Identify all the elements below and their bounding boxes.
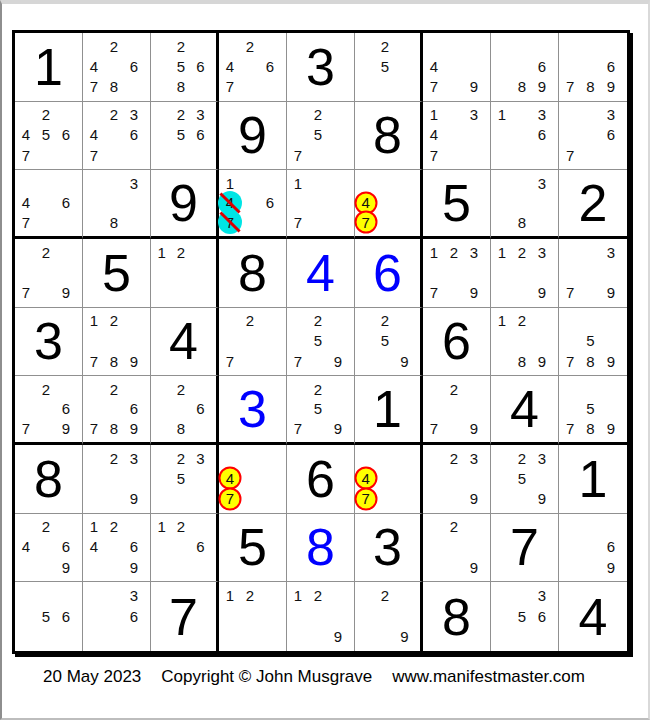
candidate-3: 3: [470, 245, 478, 260]
candidate-8: 8: [586, 79, 594, 94]
candidate-grid: 136: [492, 105, 552, 166]
cell-r9c7[interactable]: 8: [423, 582, 491, 651]
candidate-8: 8: [110, 215, 118, 230]
cell-r1c8[interactable]: 689: [491, 33, 559, 102]
cell-r1c3[interactable]: 2568: [151, 33, 219, 102]
candidate-grid: 12469: [84, 517, 144, 578]
candidate-grid: 24567: [16, 105, 76, 166]
candidate-3: 3: [130, 451, 138, 466]
candidate-grid: 239: [84, 448, 144, 509]
candidate-2: 2: [177, 39, 185, 54]
candidate-grid: 29: [424, 517, 484, 578]
candidate-7: 7: [566, 79, 574, 94]
candidate-2: 2: [110, 107, 118, 122]
candidate-8: 8: [177, 79, 185, 94]
candidate-4: 4: [22, 195, 30, 210]
candidate-2: 2: [110, 382, 118, 397]
cell-value: 8: [355, 102, 420, 170]
candidate-8: 8: [110, 354, 118, 369]
cell-value: 1: [15, 33, 82, 101]
cell-r8c8[interactable]: 7: [491, 514, 559, 583]
cell-r7c8[interactable]: 2359: [491, 445, 559, 514]
candidate-2: 2: [314, 588, 322, 603]
cell-value: 4: [151, 308, 216, 376]
candidate-6: 6: [62, 195, 70, 210]
candidate-6: 6: [130, 127, 138, 142]
cell-r5c6[interactable]: 259: [355, 308, 423, 377]
cell-r5c5[interactable]: 2579: [287, 308, 355, 377]
candidate-7: 7: [294, 148, 302, 163]
cell-value: 3: [15, 308, 82, 376]
candidate-grid: 279: [16, 242, 76, 303]
candidate-6: 6: [130, 59, 138, 74]
candidate-9: 9: [470, 79, 478, 94]
cell-r9c6[interactable]: 29: [355, 582, 423, 651]
cell-r6c1[interactable]: 2679: [15, 376, 83, 445]
candidate-1: 1: [90, 519, 98, 534]
cell-r2c6[interactable]: 8: [355, 102, 423, 171]
candidate-6: 6: [130, 539, 138, 554]
candidate-9: 9: [62, 421, 70, 436]
candidate-6: 6: [196, 59, 204, 74]
candidate-7: 7: [294, 421, 302, 436]
candidate-grid: 12789: [84, 311, 144, 372]
candidate-grid: 47: [356, 173, 414, 232]
cell-r3c8[interactable]: 38: [491, 170, 559, 239]
candidate-6: 6: [196, 127, 204, 142]
cell-r3c9[interactable]: 2: [559, 170, 627, 239]
candidate-5: 5: [177, 471, 185, 486]
cell-r1c4[interactable]: 2467: [219, 33, 287, 102]
candidate-2: 2: [42, 519, 50, 534]
candidate-1: 1: [226, 588, 234, 603]
cell-r5c8[interactable]: 1289: [491, 308, 559, 377]
cell-r5c9[interactable]: 5789: [559, 308, 627, 377]
cell-r8c2[interactable]: 12469: [83, 514, 151, 583]
cell-value: 5: [423, 170, 490, 236]
candidate-1: 1: [294, 176, 302, 191]
candidate-grid: 69: [560, 517, 621, 578]
cell-r3c7[interactable]: 5: [423, 170, 491, 239]
cell-r7c9[interactable]: 1: [559, 445, 627, 514]
cell-r2c8[interactable]: 136: [491, 102, 559, 171]
candidate-grid: 479: [424, 36, 484, 97]
candidate-9: 9: [538, 491, 546, 506]
cell-value: 5: [83, 239, 150, 307]
candidate-grid: 47: [356, 448, 414, 509]
candidate-1: 1: [430, 107, 438, 122]
candidate-4: 4: [90, 59, 98, 74]
cell-value: 8: [423, 582, 490, 651]
candidate-8: 8: [586, 354, 594, 369]
candidate-2: 2: [246, 39, 254, 54]
candidate-9: 9: [400, 629, 408, 644]
candidate-2: 2: [450, 451, 458, 466]
candidate-7: 7: [430, 148, 438, 163]
candidate-6: 6: [266, 195, 274, 210]
cell-value: 8: [287, 514, 354, 582]
candidate-6: 6: [266, 59, 274, 74]
candidate-3: 3: [538, 451, 546, 466]
cell-r6c6[interactable]: 1: [355, 376, 423, 445]
cell-r4c1[interactable]: 279: [15, 239, 83, 308]
cell-r8c4[interactable]: 5: [219, 514, 287, 583]
candidate-6: 6: [607, 127, 615, 142]
cell-r8c6[interactable]: 3: [355, 514, 423, 583]
candidate-3: 3: [538, 107, 546, 122]
candidate-9: 9: [538, 354, 546, 369]
cell-r9c1[interactable]: 56: [15, 582, 83, 651]
candidate-2: 2: [110, 519, 118, 534]
candidate-6: 6: [538, 127, 546, 142]
candidate-2: 2: [314, 107, 322, 122]
cell-r6c7[interactable]: 279: [423, 376, 491, 445]
candidate-7: 7: [22, 215, 30, 230]
candidate-2: 2: [381, 39, 389, 54]
candidate-6: 6: [538, 59, 546, 74]
cell-r8c7[interactable]: 29: [423, 514, 491, 583]
candidate-2: 2: [110, 313, 118, 328]
cell-r7c7[interactable]: 239: [423, 445, 491, 514]
candidate-9: 9: [470, 560, 478, 575]
cell-r5c7[interactable]: 6: [423, 308, 491, 377]
cell-r9c3[interactable]: 7: [151, 582, 219, 651]
candidate-1: 1: [498, 107, 506, 122]
cell-r2c2[interactable]: 23467: [83, 102, 151, 171]
candidate-9: 9: [130, 354, 138, 369]
cell-r6c4[interactable]: 3: [219, 376, 287, 445]
cell-r5c4[interactable]: 27: [219, 308, 287, 377]
candidate-5: 5: [381, 333, 389, 348]
cell-r7c4[interactable]: 47: [219, 445, 287, 514]
candidate-5: 5: [314, 127, 322, 142]
candidate-6: 6: [196, 539, 204, 554]
candidate-grid: 12: [220, 585, 280, 647]
cell-r7c2[interactable]: 239: [83, 445, 151, 514]
candidate-7: 7: [430, 285, 438, 300]
cell-r5c2[interactable]: 12789: [83, 308, 151, 377]
cell-r9c9[interactable]: 4: [559, 582, 627, 651]
cell-r1c1[interactable]: 1: [15, 33, 83, 102]
candidate-4: 4: [430, 59, 438, 74]
candidate-9: 9: [607, 560, 615, 575]
cell-value: 4: [491, 376, 558, 442]
candidate-grid: 12: [152, 242, 210, 303]
candidate-7: 7: [294, 354, 302, 369]
cell-r6c9[interactable]: 5789: [559, 376, 627, 445]
candidate-7: 7: [430, 421, 438, 436]
cell-r1c2[interactable]: 24678: [83, 33, 151, 102]
candidate-2: 2: [177, 107, 185, 122]
candidate-grid: 2467: [220, 36, 280, 97]
candidate-9: 9: [334, 629, 342, 644]
cell-r4c4[interactable]: 8: [219, 239, 287, 308]
candidate-2: 2: [314, 382, 322, 397]
candidate-grid: 5789: [560, 311, 621, 372]
candidate-grid: 24678: [84, 36, 144, 97]
candidate-2: 2: [110, 451, 118, 466]
cell-r6c3[interactable]: 268: [151, 376, 219, 445]
cell-r1c7[interactable]: 479: [423, 33, 491, 102]
cell-r2c9[interactable]: 367: [559, 102, 627, 171]
candidate-grid: 1347: [424, 105, 484, 166]
candidate-2: 2: [450, 245, 458, 260]
candidate-grid: 2579: [288, 311, 348, 372]
candidate-6: 6: [607, 539, 615, 554]
candidate-7: 7: [566, 148, 574, 163]
candidate-2: 2: [518, 245, 526, 260]
footer-website: www.manifestmaster.com: [392, 667, 585, 687]
candidate-grid: 36: [84, 585, 144, 647]
cell-value: 7: [151, 582, 216, 651]
candidate-9: 9: [470, 285, 478, 300]
candidate-9: 9: [538, 285, 546, 300]
candidate-4: 4: [22, 539, 30, 554]
candidate-9: 9: [538, 79, 546, 94]
cell-value: 6: [355, 239, 420, 307]
candidate-4-eliminated: 4: [226, 195, 234, 210]
cell-r9c4[interactable]: 12: [219, 582, 287, 651]
cell-r6c5[interactable]: 2579: [287, 376, 355, 445]
cell-value: 6: [287, 445, 354, 513]
candidate-9: 9: [470, 421, 478, 436]
candidate-6: 6: [62, 401, 70, 416]
candidate-3: 3: [538, 588, 546, 603]
cell-r9c8[interactable]: 356: [491, 582, 559, 651]
candidate-2: 2: [177, 451, 185, 466]
candidate-2: 2: [42, 107, 50, 122]
candidate-2: 2: [177, 245, 185, 260]
cell-r4c5[interactable]: 4: [287, 239, 355, 308]
cell-r7c1[interactable]: 8: [15, 445, 83, 514]
candidate-1: 1: [157, 245, 165, 260]
cell-r2c4[interactable]: 9: [219, 102, 287, 171]
cell-r8c5[interactable]: 8: [287, 514, 355, 583]
candidate-5: 5: [314, 401, 322, 416]
candidate-5: 5: [518, 609, 526, 624]
candidate-6: 6: [130, 609, 138, 624]
cell-value: 8: [15, 445, 82, 513]
candidate-6: 6: [62, 127, 70, 142]
cell-r8c9[interactable]: 69: [559, 514, 627, 583]
candidate-grid: 26789: [84, 379, 144, 438]
cell-r7c3[interactable]: 235: [151, 445, 219, 514]
candidate-2: 2: [42, 382, 50, 397]
candidate-7: 7: [566, 285, 574, 300]
candidate-6: 6: [62, 609, 70, 624]
cell-r3c2[interactable]: 38: [83, 170, 151, 239]
candidate-3: 3: [130, 107, 138, 122]
candidate-9: 9: [130, 560, 138, 575]
candidate-2: 2: [177, 519, 185, 534]
footer: 20 May 2023 Copyright © John Musgrave ww…: [43, 667, 585, 687]
candidate-7-circled: 7: [361, 215, 369, 230]
candidate-grid: 235: [152, 448, 210, 509]
cell-r8c3[interactable]: 126: [151, 514, 219, 583]
candidate-3: 3: [130, 176, 138, 191]
candidate-9: 9: [334, 421, 342, 436]
candidate-8: 8: [518, 215, 526, 230]
candidate-7: 7: [430, 79, 438, 94]
cell-r4c9[interactable]: 379: [559, 239, 627, 308]
cell-value: 7: [491, 514, 558, 582]
candidate-grid: 5789: [560, 379, 621, 438]
candidate-8: 8: [110, 79, 118, 94]
candidate-grid: 689: [492, 36, 552, 97]
candidate-grid: 25: [356, 36, 414, 97]
cell-r6c8[interactable]: 4: [491, 376, 559, 445]
candidate-5: 5: [177, 59, 185, 74]
candidate-7: 7: [226, 79, 234, 94]
candidate-grid: 239: [424, 448, 484, 509]
cell-r2c5[interactable]: 257: [287, 102, 355, 171]
cell-r4c6[interactable]: 6: [355, 239, 423, 308]
candidate-5: 5: [42, 127, 50, 142]
cell-r7c5[interactable]: 6: [287, 445, 355, 514]
candidate-9: 9: [62, 560, 70, 575]
candidate-4-circled: 4: [361, 471, 369, 486]
candidate-8: 8: [586, 421, 594, 436]
candidate-2: 2: [518, 451, 526, 466]
cell-value: 5: [219, 514, 286, 582]
candidate-grid: 279: [424, 379, 484, 438]
cell-r3c6[interactable]: 47: [355, 170, 423, 239]
cell-value: 2: [559, 170, 627, 236]
cell-r9c2[interactable]: 36: [83, 582, 151, 651]
candidate-grid: 27: [220, 311, 280, 372]
candidate-5: 5: [381, 59, 389, 74]
sudoku-grid: 1246782568246732547968967892456723467235…: [12, 30, 630, 654]
cell-value: 3: [287, 33, 354, 101]
candidate-grid: 259: [356, 311, 414, 372]
cell-value: 3: [355, 514, 420, 582]
cell-r3c4[interactable]: 1467: [219, 170, 287, 239]
candidate-9: 9: [400, 354, 408, 369]
candidate-9: 9: [130, 421, 138, 436]
cell-r5c1[interactable]: 3: [15, 308, 83, 377]
cell-r3c3[interactable]: 9: [151, 170, 219, 239]
candidate-9: 9: [607, 421, 615, 436]
candidate-3: 3: [196, 451, 204, 466]
candidate-7-eliminated: 7: [226, 215, 234, 230]
candidate-grid: 23467: [84, 105, 144, 166]
candidate-1: 1: [498, 313, 506, 328]
cell-value: 3: [219, 376, 286, 442]
cell-r4c2[interactable]: 5: [83, 239, 151, 308]
candidate-grid: 17: [288, 173, 348, 232]
cell-r2c7[interactable]: 1347: [423, 102, 491, 171]
candidate-6: 6: [607, 59, 615, 74]
candidate-grid: 56: [16, 585, 76, 647]
cell-value: 9: [219, 102, 286, 170]
candidate-grid: 1467: [220, 173, 280, 232]
candidate-7: 7: [294, 215, 302, 230]
cell-r3c5[interactable]: 17: [287, 170, 355, 239]
candidate-grid: 29: [356, 585, 414, 647]
candidate-7: 7: [566, 354, 574, 369]
candidate-grid: 268: [152, 379, 210, 438]
cell-value: 4: [559, 582, 627, 651]
cell-r2c1[interactable]: 24567: [15, 102, 83, 171]
candidate-5: 5: [586, 401, 594, 416]
candidate-1: 1: [294, 588, 302, 603]
cell-r4c8[interactable]: 1239: [491, 239, 559, 308]
candidate-1: 1: [157, 519, 165, 534]
candidate-grid: 12379: [424, 242, 484, 303]
candidate-4: 4: [90, 127, 98, 142]
candidate-grid: 2679: [16, 379, 76, 438]
candidate-9: 9: [607, 354, 615, 369]
candidate-3: 3: [607, 107, 615, 122]
candidate-grid: 2356: [152, 105, 210, 166]
cell-value: 1: [355, 376, 420, 442]
candidate-grid: 2579: [288, 379, 348, 438]
cell-r1c6[interactable]: 25: [355, 33, 423, 102]
candidate-1: 1: [430, 245, 438, 260]
candidate-grid: 257: [288, 105, 348, 166]
candidate-2: 2: [314, 313, 322, 328]
candidate-2: 2: [381, 313, 389, 328]
candidate-grid: 2359: [492, 448, 552, 509]
candidate-8: 8: [518, 79, 526, 94]
cell-value: 8: [219, 239, 286, 307]
candidate-4: 4: [430, 127, 438, 142]
cell-r2c3[interactable]: 2356: [151, 102, 219, 171]
candidate-2: 2: [246, 313, 254, 328]
cell-r7c6[interactable]: 47: [355, 445, 423, 514]
candidate-grid: 38: [84, 173, 144, 232]
candidate-9: 9: [130, 491, 138, 506]
cell-r9c5[interactable]: 129: [287, 582, 355, 651]
cell-r4c3[interactable]: 12: [151, 239, 219, 308]
cell-value: 6: [423, 308, 490, 376]
candidate-5: 5: [42, 609, 50, 624]
candidate-6: 6: [196, 401, 204, 416]
candidate-7: 7: [22, 148, 30, 163]
cell-r8c1[interactable]: 2469: [15, 514, 83, 583]
candidate-3: 3: [470, 451, 478, 466]
footer-date: 20 May 2023: [43, 667, 141, 687]
candidate-4-circled: 4: [361, 195, 369, 210]
cell-r6c2[interactable]: 26789: [83, 376, 151, 445]
candidate-grid: 6789: [560, 36, 621, 97]
candidate-grid: 367: [560, 105, 621, 166]
candidate-5: 5: [586, 333, 594, 348]
candidate-3: 3: [538, 245, 546, 260]
cell-r3c1[interactable]: 467: [15, 170, 83, 239]
candidate-1: 1: [498, 245, 506, 260]
candidate-4: 4: [22, 127, 30, 142]
candidate-9: 9: [470, 491, 478, 506]
cell-r1c9[interactable]: 6789: [559, 33, 627, 102]
candidate-7: 7: [90, 79, 98, 94]
candidate-5: 5: [177, 127, 185, 142]
candidate-1: 1: [226, 176, 234, 191]
cell-r5c3[interactable]: 4: [151, 308, 219, 377]
candidate-3: 3: [130, 588, 138, 603]
candidate-4: 4: [90, 539, 98, 554]
candidate-grid: 126: [152, 517, 210, 578]
candidate-2: 2: [450, 382, 458, 397]
puzzle-page: 1246782568246732547968967892456723467235…: [0, 0, 650, 720]
cell-r4c7[interactable]: 12379: [423, 239, 491, 308]
candidate-2: 2: [450, 519, 458, 534]
candidate-7: 7: [90, 421, 98, 436]
cell-value: 9: [151, 170, 216, 236]
cell-r1c5[interactable]: 3: [287, 33, 355, 102]
candidate-4: 4: [226, 59, 234, 74]
candidate-8: 8: [177, 421, 185, 436]
